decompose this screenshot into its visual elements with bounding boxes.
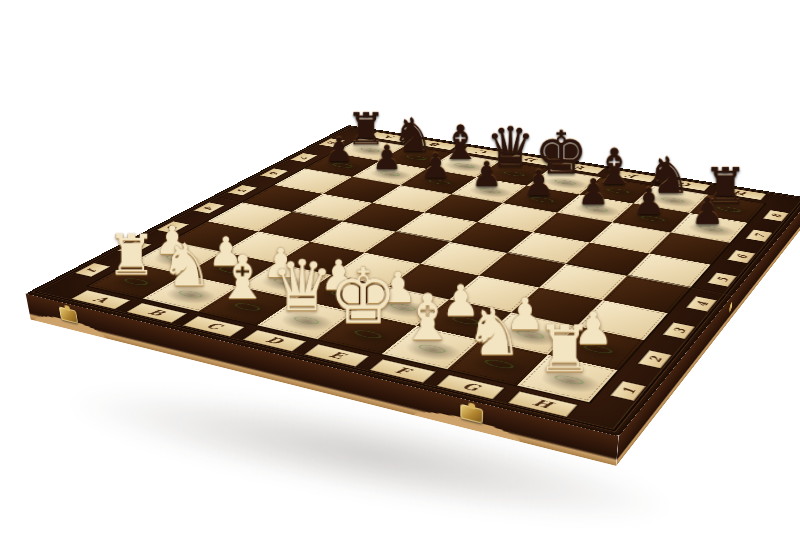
coordinate-label: 6: [727, 250, 755, 263]
coordinate-label: 8: [763, 210, 789, 222]
piece-white-bishop[interactable]: ♝: [216, 248, 270, 308]
coordinate-label: 1: [610, 381, 646, 401]
piece-white-rook[interactable]: ♜: [535, 317, 593, 381]
piece-white-bishop[interactable]: ♝: [399, 286, 456, 350]
coordinate-label: 7: [746, 229, 773, 241]
coordinate-label: 3: [663, 322, 696, 339]
piece-black-pawn[interactable]: ♟: [371, 141, 401, 175]
piece-white-king[interactable]: ♚: [329, 259, 398, 336]
brass-clasp-icon: [58, 306, 77, 323]
piece-black-pawn[interactable]: ♟: [690, 193, 723, 230]
brass-clasp-icon: [460, 404, 483, 424]
coordinate-label: 4: [686, 296, 717, 312]
piece-black-pawn[interactable]: ♟: [471, 157, 502, 192]
coordinate-label: 2: [638, 350, 672, 368]
brass-hinge-icon: [729, 301, 733, 314]
coordinate-label: 5: [707, 272, 737, 286]
piece-white-knight[interactable]: ♞: [160, 236, 213, 295]
coordinate-label: 1: [75, 263, 111, 277]
piece-black-pawn[interactable]: ♟: [420, 149, 451, 183]
piece-white-queen[interactable]: ♛: [270, 251, 333, 321]
coordinate-label: 4: [193, 202, 224, 213]
piece-black-pawn[interactable]: ♟: [577, 174, 609, 210]
piece-white-knight[interactable]: ♞: [465, 300, 524, 365]
chess-set-photo: ABCDEFGH ABCDEFGH 87654321 87654321 ♜♞♝♛…: [0, 0, 800, 533]
board-anchor: ABCDEFGH ABCDEFGH 87654321 87654321 ♜♞♝♛…: [160, 0, 740, 532]
coordinate-label: 5: [228, 185, 258, 196]
piece-white-rook[interactable]: ♜: [107, 227, 157, 283]
piece-black-pawn[interactable]: ♟: [633, 183, 666, 220]
piece-black-pawn[interactable]: ♟: [324, 133, 354, 166]
coordinate-label: 6: [260, 168, 289, 178]
coordinate-label: 7: [290, 153, 317, 162]
piece-black-pawn[interactable]: ♟: [523, 165, 555, 200]
